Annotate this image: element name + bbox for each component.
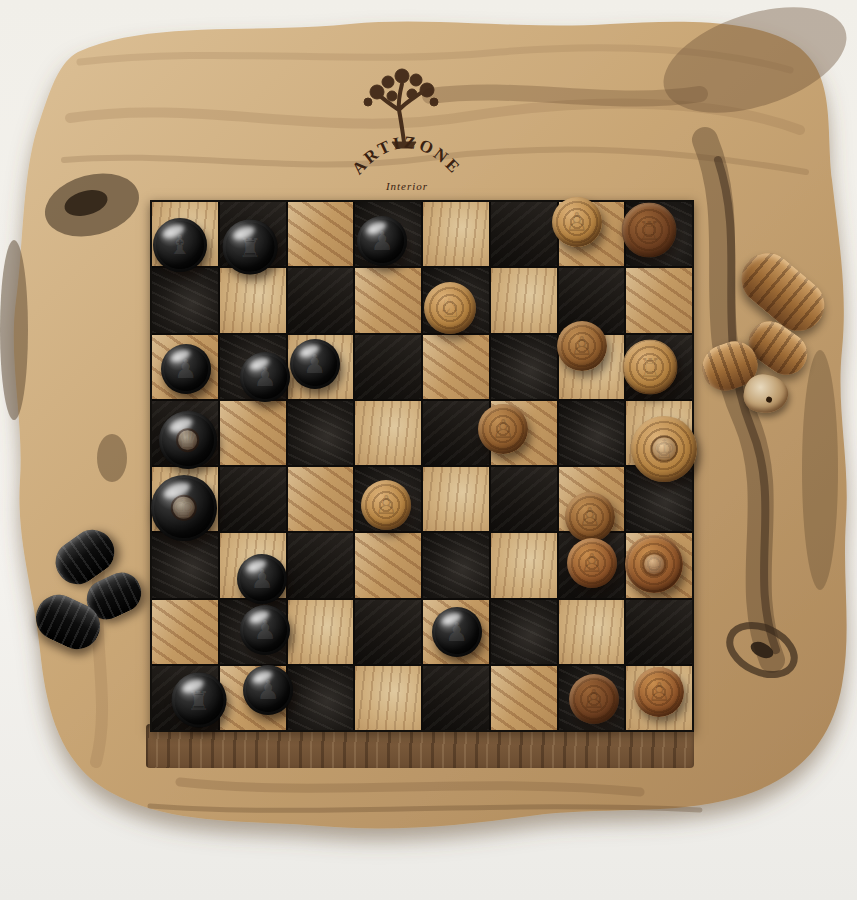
square-h2[interactable] bbox=[626, 600, 692, 664]
piece-black-rook-b8[interactable]: ♜ bbox=[223, 220, 278, 275]
square-f3[interactable] bbox=[491, 533, 557, 597]
piece-brown-pawn-f5[interactable]: ♙ bbox=[478, 404, 528, 454]
piece-black-pawn-b1[interactable]: ♟ bbox=[243, 665, 293, 715]
pawn-glyph: ♟ bbox=[257, 677, 280, 703]
square-f1[interactable] bbox=[491, 666, 557, 730]
queen-glyph: ♛ bbox=[176, 427, 199, 453]
square-f4[interactable] bbox=[491, 467, 557, 531]
queen-glyph: ♕ bbox=[643, 551, 666, 577]
rook-glyph: ♜ bbox=[187, 687, 210, 713]
piece-black-queen-a5[interactable]: ♛ bbox=[159, 411, 217, 469]
piece-black-pawn-e2[interactable]: ♟ bbox=[432, 607, 482, 657]
pawn-glyph: ♙ bbox=[565, 209, 588, 235]
square-e1[interactable] bbox=[423, 666, 489, 730]
piece-black-pawn-b3[interactable]: ♟ bbox=[237, 554, 287, 604]
square-f7[interactable] bbox=[491, 268, 557, 332]
square-f8[interactable] bbox=[491, 202, 557, 266]
rook-glyph: ♜ bbox=[239, 234, 262, 260]
pawn-glyph: ♙ bbox=[580, 550, 603, 576]
square-e4[interactable] bbox=[423, 467, 489, 531]
square-f2[interactable] bbox=[491, 600, 557, 664]
piece-brown-pawn-d4[interactable]: ♙ bbox=[361, 480, 411, 530]
piece-black-bishop-a8[interactable]: ♝ bbox=[153, 218, 207, 272]
square-e6[interactable] bbox=[423, 335, 489, 399]
pawn-glyph: ♙ bbox=[492, 416, 515, 442]
pawn-glyph: ♙ bbox=[582, 686, 605, 712]
square-c1[interactable] bbox=[288, 666, 354, 730]
square-a2[interactable] bbox=[152, 600, 218, 664]
pawn-glyph: ♟ bbox=[251, 566, 274, 592]
piece-black-king-a4[interactable]: ♚ bbox=[151, 475, 217, 541]
pawn-glyph: ♙ bbox=[648, 679, 671, 705]
square-g2[interactable] bbox=[559, 600, 625, 664]
knight-glyph: ♘ bbox=[438, 295, 461, 321]
square-b5[interactable] bbox=[220, 401, 286, 465]
square-a7[interactable] bbox=[152, 268, 218, 332]
piece-brown-pawn-g4[interactable]: ♙ bbox=[565, 492, 615, 542]
square-d7[interactable] bbox=[355, 268, 421, 332]
piece-brown-queen-h3[interactable]: ♕ bbox=[625, 535, 683, 593]
king-glyph: ♚ bbox=[172, 495, 195, 521]
piece-brown-king-h5[interactable]: ♔ bbox=[631, 416, 697, 482]
square-b7[interactable] bbox=[220, 268, 286, 332]
piece-brown-knight-e7[interactable]: ♘ bbox=[424, 282, 476, 334]
pawn-glyph: ♙ bbox=[578, 504, 601, 530]
king-glyph: ♔ bbox=[653, 436, 676, 462]
brand-subtitle-text: Interior bbox=[385, 180, 428, 192]
square-e3[interactable] bbox=[423, 533, 489, 597]
square-g5[interactable] bbox=[559, 401, 625, 465]
piece-brown-rook-h8[interactable]: ♖ bbox=[622, 203, 677, 258]
piece-brown-pawn-g1[interactable]: ♙ bbox=[569, 674, 619, 724]
piece-brown-pawn-g3[interactable]: ♙ bbox=[567, 538, 617, 588]
square-c4[interactable] bbox=[288, 467, 354, 531]
square-c2[interactable] bbox=[288, 600, 354, 664]
pawn-glyph: ♙ bbox=[375, 492, 398, 518]
pawn-glyph: ♟ bbox=[303, 351, 326, 377]
pawn-glyph: ♙ bbox=[570, 333, 593, 359]
piece-black-pawn-a6[interactable]: ♟ bbox=[161, 344, 211, 394]
square-c7[interactable] bbox=[288, 268, 354, 332]
square-b4[interactable] bbox=[220, 467, 286, 531]
square-c5[interactable] bbox=[288, 401, 354, 465]
square-h7[interactable] bbox=[626, 268, 692, 332]
piece-black-pawn-d8[interactable]: ♟ bbox=[357, 216, 407, 266]
pawn-glyph: ♟ bbox=[254, 364, 277, 390]
chess-board[interactable]: ♝♜♟♙♖♘♟♟♟♙♖♛♙♔♚♙♙♟♙♕♟♟♜♟♙♙ bbox=[150, 200, 694, 732]
square-d5[interactable] bbox=[355, 401, 421, 465]
piece-brown-pawn-g8[interactable]: ♙ bbox=[552, 197, 602, 247]
rook-glyph: ♖ bbox=[638, 217, 661, 243]
piece-black-pawn-b6[interactable]: ♟ bbox=[240, 352, 290, 402]
square-a3[interactable] bbox=[152, 533, 218, 597]
bishop-glyph: ♝ bbox=[168, 232, 191, 258]
piece-black-rook-a1[interactable]: ♜ bbox=[171, 673, 226, 728]
pawn-glyph: ♟ bbox=[445, 619, 468, 645]
square-d6[interactable] bbox=[355, 335, 421, 399]
square-d3[interactable] bbox=[355, 533, 421, 597]
square-c8[interactable] bbox=[288, 202, 354, 266]
square-e8[interactable] bbox=[423, 202, 489, 266]
rook-glyph: ♖ bbox=[639, 354, 662, 380]
piece-black-pawn-b2[interactable]: ♟ bbox=[240, 605, 290, 655]
piece-brown-pawn-g6[interactable]: ♙ bbox=[557, 321, 607, 371]
product-photo-scene: { "game": "chess", "scene_description": … bbox=[0, 0, 857, 900]
piece-brown-pawn-h1[interactable]: ♙ bbox=[634, 667, 684, 717]
square-f6[interactable] bbox=[491, 335, 557, 399]
square-c3[interactable] bbox=[288, 533, 354, 597]
pawn-glyph: ♟ bbox=[254, 617, 277, 643]
pawn-glyph: ♟ bbox=[174, 356, 197, 382]
pawn-glyph: ♟ bbox=[371, 228, 394, 254]
piece-black-pawn-c6[interactable]: ♟ bbox=[290, 339, 340, 389]
square-d1[interactable] bbox=[355, 666, 421, 730]
square-d2[interactable] bbox=[355, 600, 421, 664]
piece-brown-rook-h6[interactable]: ♖ bbox=[623, 340, 678, 395]
